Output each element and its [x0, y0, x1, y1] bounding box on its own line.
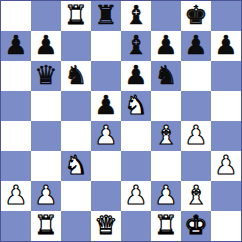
piece-black-pawn[interactable]: ♟: [154, 32, 177, 58]
square-f8[interactable]: [151, 1, 181, 31]
square-c2[interactable]: [61, 181, 91, 211]
square-e1[interactable]: [121, 211, 151, 241]
piece-black-king[interactable]: ♚: [184, 2, 207, 28]
square-g5[interactable]: [181, 91, 211, 121]
square-h6[interactable]: [211, 61, 241, 91]
square-d7[interactable]: [91, 31, 121, 61]
square-h2[interactable]: [211, 181, 241, 211]
square-g6[interactable]: [181, 61, 211, 91]
square-a5[interactable]: [1, 91, 31, 121]
piece-black-rook[interactable]: ♜: [94, 2, 117, 28]
square-d5[interactable]: ♟: [91, 91, 121, 121]
piece-white-knight[interactable]: ♞: [124, 92, 147, 118]
square-e8[interactable]: ♝: [121, 1, 151, 31]
square-b6[interactable]: ♛: [31, 61, 61, 91]
square-e6[interactable]: ♟: [121, 61, 151, 91]
square-a2[interactable]: ♟: [1, 181, 31, 211]
square-a4[interactable]: [1, 121, 31, 151]
piece-black-knight[interactable]: ♞: [64, 62, 87, 88]
piece-black-queen[interactable]: ♛: [34, 62, 57, 88]
square-a6[interactable]: [1, 61, 31, 91]
square-b4[interactable]: [31, 121, 61, 151]
piece-white-bishop[interactable]: ♝: [184, 182, 207, 208]
piece-black-pawn[interactable]: ♟: [214, 32, 237, 58]
square-e4[interactable]: [121, 121, 151, 151]
square-h1[interactable]: [211, 211, 241, 241]
piece-black-knight[interactable]: ♞: [154, 62, 177, 88]
square-c8[interactable]: ♜: [61, 1, 91, 31]
square-h3[interactable]: ♟: [211, 151, 241, 181]
piece-black-pawn[interactable]: ♟: [124, 62, 147, 88]
square-f2[interactable]: ♟: [151, 181, 181, 211]
square-f5[interactable]: [151, 91, 181, 121]
square-b5[interactable]: [31, 91, 61, 121]
square-f4[interactable]: ♝: [151, 121, 181, 151]
square-h4[interactable]: [211, 121, 241, 151]
square-g7[interactable]: ♟: [181, 31, 211, 61]
square-f1[interactable]: ♜: [151, 211, 181, 241]
square-d4[interactable]: ♟: [91, 121, 121, 151]
square-e2[interactable]: ♟: [121, 181, 151, 211]
square-h7[interactable]: ♟: [211, 31, 241, 61]
piece-black-pawn[interactable]: ♟: [94, 92, 117, 118]
square-d6[interactable]: [91, 61, 121, 91]
square-e5[interactable]: ♞: [121, 91, 151, 121]
square-f3[interactable]: [151, 151, 181, 181]
piece-white-rook[interactable]: ♜: [64, 2, 87, 28]
piece-white-pawn[interactable]: ♟: [94, 122, 117, 148]
square-f6[interactable]: ♞: [151, 61, 181, 91]
square-d8[interactable]: ♜: [91, 1, 121, 31]
square-b3[interactable]: [31, 151, 61, 181]
square-g3[interactable]: [181, 151, 211, 181]
square-g1[interactable]: ♚: [181, 211, 211, 241]
piece-black-pawn[interactable]: ♟: [184, 32, 207, 58]
piece-white-pawn[interactable]: ♟: [184, 122, 207, 148]
square-h5[interactable]: [211, 91, 241, 121]
square-e7[interactable]: ♝: [121, 31, 151, 61]
piece-black-bishop[interactable]: ♝: [124, 32, 147, 58]
piece-white-king[interactable]: ♚: [184, 212, 207, 238]
piece-white-knight[interactable]: ♞: [64, 152, 87, 178]
square-b8[interactable]: [31, 1, 61, 31]
square-c1[interactable]: [61, 211, 91, 241]
piece-white-queen[interactable]: ♛: [94, 212, 117, 238]
square-g2[interactable]: ♝: [181, 181, 211, 211]
square-a8[interactable]: [1, 1, 31, 31]
square-f7[interactable]: ♟: [151, 31, 181, 61]
square-a1[interactable]: [1, 211, 31, 241]
piece-black-bishop[interactable]: ♝: [124, 2, 147, 28]
square-a3[interactable]: [1, 151, 31, 181]
piece-white-pawn[interactable]: ♟: [124, 182, 147, 208]
square-d1[interactable]: ♛: [91, 211, 121, 241]
piece-white-pawn[interactable]: ♟: [214, 152, 237, 178]
square-d2[interactable]: [91, 181, 121, 211]
piece-white-pawn[interactable]: ♟: [4, 182, 27, 208]
piece-black-pawn[interactable]: ♟: [4, 32, 27, 58]
square-b2[interactable]: ♟: [31, 181, 61, 211]
piece-white-pawn[interactable]: ♟: [154, 182, 177, 208]
square-c6[interactable]: ♞: [61, 61, 91, 91]
chess-board: ♜♜♝♚♟♟♝♟♟♟♛♞♟♞♟♞♟♝♟♞♟♟♟♟♟♝♜♛♜♚: [0, 0, 242, 242]
piece-white-bishop[interactable]: ♝: [154, 122, 177, 148]
square-e3[interactable]: [121, 151, 151, 181]
piece-white-rook[interactable]: ♜: [34, 212, 57, 238]
square-c5[interactable]: [61, 91, 91, 121]
square-d3[interactable]: [91, 151, 121, 181]
square-c7[interactable]: [61, 31, 91, 61]
square-b1[interactable]: ♜: [31, 211, 61, 241]
piece-black-pawn[interactable]: ♟: [34, 32, 57, 58]
piece-white-rook[interactable]: ♜: [154, 212, 177, 238]
square-c4[interactable]: [61, 121, 91, 151]
piece-white-pawn[interactable]: ♟: [34, 182, 57, 208]
square-g8[interactable]: ♚: [181, 1, 211, 31]
square-h8[interactable]: [211, 1, 241, 31]
square-g4[interactable]: ♟: [181, 121, 211, 151]
square-a7[interactable]: ♟: [1, 31, 31, 61]
square-c3[interactable]: ♞: [61, 151, 91, 181]
square-b7[interactable]: ♟: [31, 31, 61, 61]
